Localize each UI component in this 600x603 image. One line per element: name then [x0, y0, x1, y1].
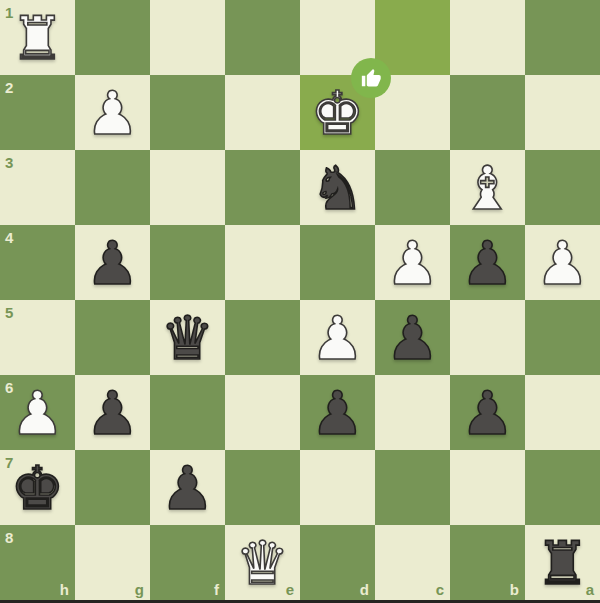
file-label-b: b — [510, 581, 519, 598]
square-e5[interactable] — [225, 300, 300, 375]
white-pawn-g2[interactable]: ♟ — [75, 75, 150, 150]
square-f2[interactable] — [150, 75, 225, 150]
square-g7[interactable] — [75, 450, 150, 525]
square-c3[interactable] — [375, 150, 450, 225]
black-pawn-g6[interactable]: ♟ — [75, 375, 150, 450]
square-d4[interactable] — [300, 225, 375, 300]
square-b8[interactable]: b — [450, 525, 525, 600]
square-h6[interactable]: 6♟ — [0, 375, 75, 450]
square-b1[interactable] — [450, 0, 525, 75]
square-g1[interactable] — [75, 0, 150, 75]
square-a5[interactable] — [525, 300, 600, 375]
black-pawn-b4[interactable]: ♟ — [450, 225, 525, 300]
square-d8[interactable]: d — [300, 525, 375, 600]
square-a1[interactable] — [525, 0, 600, 75]
square-e2[interactable] — [225, 75, 300, 150]
square-e3[interactable] — [225, 150, 300, 225]
black-pawn-d6[interactable]: ♟ — [300, 375, 375, 450]
square-d5[interactable]: ♟ — [300, 300, 375, 375]
black-pawn-c5[interactable]: ♟ — [375, 300, 450, 375]
square-f6[interactable] — [150, 375, 225, 450]
square-e8[interactable]: e♛ — [225, 525, 300, 600]
square-a4[interactable]: ♟ — [525, 225, 600, 300]
white-rook-h1[interactable]: ♜ — [0, 0, 75, 75]
black-queen-f5[interactable]: ♛ — [150, 300, 225, 375]
square-b2[interactable] — [450, 75, 525, 150]
square-h2[interactable]: 2 — [0, 75, 75, 150]
square-a7[interactable] — [525, 450, 600, 525]
good-move-badge — [351, 58, 391, 98]
square-h5[interactable]: 5 — [0, 300, 75, 375]
file-label-f: f — [214, 581, 219, 598]
square-h4[interactable]: 4 — [0, 225, 75, 300]
square-h3[interactable]: 3 — [0, 150, 75, 225]
square-c8[interactable]: c — [375, 525, 450, 600]
square-e7[interactable] — [225, 450, 300, 525]
square-c4[interactable]: ♟ — [375, 225, 450, 300]
square-e1[interactable] — [225, 0, 300, 75]
square-b3[interactable]: ♝ — [450, 150, 525, 225]
file-label-g: g — [135, 581, 144, 598]
white-pawn-h6[interactable]: ♟ — [0, 375, 75, 450]
square-b7[interactable] — [450, 450, 525, 525]
square-a8[interactable]: a♜ — [525, 525, 600, 600]
black-pawn-b6[interactable]: ♟ — [450, 375, 525, 450]
thumbs-up-icon — [360, 67, 382, 89]
square-h1[interactable]: 1♜ — [0, 0, 75, 75]
square-d7[interactable] — [300, 450, 375, 525]
square-c7[interactable] — [375, 450, 450, 525]
chess-board[interactable]: 1♜2♟♚3♞♝4♟♟♟♟5♛♟♟6♟♟♟♟7♚♟8hgfe♛dcba♜ — [0, 0, 600, 600]
square-a2[interactable] — [525, 75, 600, 150]
white-pawn-c4[interactable]: ♟ — [375, 225, 450, 300]
rank-label-5: 5 — [5, 304, 13, 321]
square-f7[interactable]: ♟ — [150, 450, 225, 525]
square-a6[interactable] — [525, 375, 600, 450]
square-c6[interactable] — [375, 375, 450, 450]
rank-label-4: 4 — [5, 229, 13, 246]
white-pawn-d5[interactable]: ♟ — [300, 300, 375, 375]
square-f8[interactable]: f — [150, 525, 225, 600]
black-pawn-g4[interactable]: ♟ — [75, 225, 150, 300]
file-label-h: h — [60, 581, 69, 598]
black-king-h7[interactable]: ♚ — [0, 450, 75, 525]
square-a3[interactable] — [525, 150, 600, 225]
square-d6[interactable]: ♟ — [300, 375, 375, 450]
file-label-c: c — [436, 581, 444, 598]
black-knight-d3[interactable]: ♞ — [300, 150, 375, 225]
square-g5[interactable] — [75, 300, 150, 375]
rank-label-8: 8 — [5, 529, 13, 546]
white-queen-e8[interactable]: ♛ — [225, 525, 300, 600]
file-label-d: d — [360, 581, 369, 598]
square-f1[interactable] — [150, 0, 225, 75]
square-d3[interactable]: ♞ — [300, 150, 375, 225]
rank-label-3: 3 — [5, 154, 13, 171]
black-pawn-f7[interactable]: ♟ — [150, 450, 225, 525]
square-g4[interactable]: ♟ — [75, 225, 150, 300]
square-g2[interactable]: ♟ — [75, 75, 150, 150]
square-f5[interactable]: ♛ — [150, 300, 225, 375]
square-g8[interactable]: g — [75, 525, 150, 600]
black-rook-a8[interactable]: ♜ — [525, 525, 600, 600]
square-c5[interactable]: ♟ — [375, 300, 450, 375]
square-b6[interactable]: ♟ — [450, 375, 525, 450]
square-f3[interactable] — [150, 150, 225, 225]
square-b4[interactable]: ♟ — [450, 225, 525, 300]
square-g3[interactable] — [75, 150, 150, 225]
square-e6[interactable] — [225, 375, 300, 450]
square-c1[interactable] — [375, 0, 450, 75]
square-h7[interactable]: 7♚ — [0, 450, 75, 525]
square-g6[interactable]: ♟ — [75, 375, 150, 450]
square-b5[interactable] — [450, 300, 525, 375]
rank-label-2: 2 — [5, 79, 13, 96]
white-pawn-a4[interactable]: ♟ — [525, 225, 600, 300]
square-h8[interactable]: 8h — [0, 525, 75, 600]
square-e4[interactable] — [225, 225, 300, 300]
square-f4[interactable] — [150, 225, 225, 300]
white-bishop-b3[interactable]: ♝ — [450, 150, 525, 225]
